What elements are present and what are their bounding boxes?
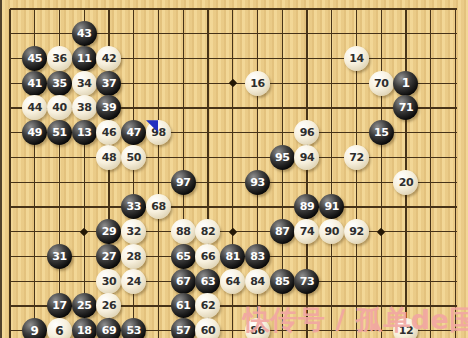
move-number: 63 — [201, 276, 215, 287]
stone-white-60: 60 — [195, 318, 220, 338]
move-number: 49 — [28, 127, 42, 138]
move-number: 20 — [399, 177, 413, 188]
stone-white-98: 98 — [146, 120, 171, 145]
move-number: 44 — [28, 102, 42, 113]
stone-white-42: 42 — [96, 46, 121, 71]
stone-white-90: 90 — [319, 219, 344, 244]
move-number: 6 — [55, 325, 63, 337]
stone-white-88: 88 — [171, 219, 196, 244]
move-number: 95 — [275, 152, 289, 163]
watermark-text: 快传号 / 孤单de国汉 — [243, 302, 468, 338]
move-number: 34 — [77, 78, 91, 89]
move-number: 13 — [77, 127, 91, 138]
stone-white-96: 96 — [294, 120, 319, 145]
move-number: 41 — [28, 78, 42, 89]
move-number: 51 — [52, 127, 66, 138]
stone-black-25: 25 — [72, 293, 97, 318]
stone-black-39: 39 — [96, 95, 121, 120]
stone-white-72: 72 — [344, 145, 369, 170]
move-number: 74 — [300, 226, 314, 237]
move-number: 50 — [127, 152, 141, 163]
move-number: 9 — [31, 325, 39, 337]
stone-black-67: 67 — [171, 269, 196, 294]
move-number: 38 — [77, 102, 91, 113]
move-number: 37 — [102, 78, 116, 89]
stone-black-51: 51 — [47, 120, 72, 145]
move-number: 60 — [201, 325, 215, 336]
stone-black-33: 33 — [121, 194, 146, 219]
move-number: 39 — [102, 102, 116, 113]
move-number: 68 — [151, 201, 165, 212]
stone-white-26: 26 — [96, 293, 121, 318]
stone-black-69: 69 — [96, 318, 121, 338]
move-number: 47 — [127, 127, 141, 138]
stone-white-40: 40 — [47, 95, 72, 120]
stone-black-11: 11 — [72, 46, 97, 71]
stone-white-84: 84 — [245, 269, 270, 294]
move-number: 17 — [52, 300, 66, 311]
stone-white-62: 62 — [195, 293, 220, 318]
stone-black-49: 49 — [22, 120, 47, 145]
move-number: 64 — [226, 276, 240, 287]
move-number: 96 — [300, 127, 314, 138]
move-number: 29 — [102, 226, 116, 237]
move-number: 85 — [275, 276, 289, 287]
move-number: 92 — [349, 226, 363, 237]
move-number: 43 — [77, 28, 91, 39]
move-number: 89 — [300, 201, 314, 212]
move-number: 36 — [52, 53, 66, 64]
stone-black-95: 95 — [270, 145, 295, 170]
stone-white-24: 24 — [121, 269, 146, 294]
stone-black-61: 61 — [171, 293, 196, 318]
move-number: 65 — [176, 251, 190, 262]
stone-black-45: 45 — [22, 46, 47, 71]
move-number: 62 — [201, 300, 215, 311]
move-number: 98 — [151, 127, 165, 138]
stone-black-83: 83 — [245, 244, 270, 269]
stone-white-50: 50 — [121, 145, 146, 170]
stone-white-34: 34 — [72, 71, 97, 96]
stone-white-66: 66 — [195, 244, 220, 269]
move-number: 18 — [77, 325, 91, 336]
stone-black-18: 18 — [72, 318, 97, 338]
move-number: 45 — [28, 53, 42, 64]
stone-white-32: 32 — [121, 219, 146, 244]
move-number: 66 — [201, 251, 215, 262]
stone-black-85: 85 — [270, 269, 295, 294]
move-number: 91 — [325, 201, 339, 212]
stone-black-15: 15 — [369, 120, 394, 145]
stone-white-6: 6 — [47, 318, 72, 338]
stone-black-13: 13 — [72, 120, 97, 145]
move-number: 27 — [102, 251, 116, 262]
stone-black-81: 81 — [220, 244, 245, 269]
stone-black-87: 87 — [270, 219, 295, 244]
stone-black-57: 57 — [171, 318, 196, 338]
move-number: 25 — [77, 300, 91, 311]
go-board: 4345361142144135343716701444038397149511… — [0, 0, 468, 338]
stone-white-38: 38 — [72, 95, 97, 120]
go-diagram-screenshot: 4345361142144135343716701444038397149511… — [0, 0, 468, 338]
move-number: 46 — [102, 127, 116, 138]
move-number: 84 — [250, 276, 264, 287]
move-number: 32 — [127, 226, 141, 237]
stone-black-29: 29 — [96, 219, 121, 244]
stone-black-97: 97 — [171, 170, 196, 195]
stone-black-91: 91 — [319, 194, 344, 219]
move-number: 72 — [349, 152, 363, 163]
move-number: 81 — [226, 251, 240, 262]
stone-black-65: 65 — [171, 244, 196, 269]
move-number: 87 — [275, 226, 289, 237]
move-number: 1 — [402, 77, 410, 89]
move-number: 57 — [176, 325, 190, 336]
move-number: 28 — [127, 251, 141, 262]
stone-black-89: 89 — [294, 194, 319, 219]
move-number: 90 — [325, 226, 339, 237]
move-number: 48 — [102, 152, 116, 163]
stone-black-47: 47 — [121, 120, 146, 145]
move-number: 26 — [102, 300, 116, 311]
move-number: 69 — [102, 325, 116, 336]
stone-white-28: 28 — [121, 244, 146, 269]
move-number: 94 — [300, 152, 314, 163]
stone-white-68: 68 — [146, 194, 171, 219]
stone-white-46: 46 — [96, 120, 121, 145]
stone-black-71: 71 — [393, 95, 418, 120]
stone-black-31: 31 — [47, 244, 72, 269]
move-number: 24 — [127, 276, 141, 287]
move-number: 67 — [176, 276, 190, 287]
move-number: 61 — [176, 300, 190, 311]
stone-white-92: 92 — [344, 219, 369, 244]
stone-white-30: 30 — [96, 269, 121, 294]
stone-black-9: 9 — [22, 318, 47, 338]
stone-black-63: 63 — [195, 269, 220, 294]
stone-white-94: 94 — [294, 145, 319, 170]
move-number: 35 — [52, 78, 66, 89]
move-number: 15 — [374, 127, 388, 138]
move-number: 42 — [102, 53, 116, 64]
stone-white-82: 82 — [195, 219, 220, 244]
stone-black-43: 43 — [72, 21, 97, 46]
stone-white-74: 74 — [294, 219, 319, 244]
move-number: 31 — [52, 251, 66, 262]
move-number: 11 — [77, 53, 91, 64]
stone-white-16: 16 — [245, 71, 270, 96]
move-number: 71 — [399, 102, 413, 113]
stone-black-73: 73 — [294, 269, 319, 294]
move-number: 88 — [176, 226, 190, 237]
move-number: 40 — [52, 102, 66, 113]
stone-black-17: 17 — [47, 293, 72, 318]
move-number: 14 — [349, 53, 363, 64]
move-number: 70 — [374, 78, 388, 89]
move-number: 83 — [250, 251, 264, 262]
stone-white-36: 36 — [47, 46, 72, 71]
stone-white-64: 64 — [220, 269, 245, 294]
stone-white-44: 44 — [22, 95, 47, 120]
move-number: 93 — [250, 177, 264, 188]
stone-black-41: 41 — [22, 71, 47, 96]
stone-white-20: 20 — [393, 170, 418, 195]
stone-white-48: 48 — [96, 145, 121, 170]
move-number: 97 — [176, 177, 190, 188]
stone-black-37: 37 — [96, 71, 121, 96]
move-number: 53 — [127, 325, 141, 336]
stone-white-14: 14 — [344, 46, 369, 71]
stone-white-70: 70 — [369, 71, 394, 96]
stone-black-53: 53 — [121, 318, 146, 338]
stone-black-35: 35 — [47, 71, 72, 96]
move-number: 82 — [201, 226, 215, 237]
move-number: 30 — [102, 276, 116, 287]
stone-black-27: 27 — [96, 244, 121, 269]
move-number: 33 — [127, 201, 141, 212]
move-number: 73 — [300, 276, 314, 287]
stone-black-1: 1 — [393, 71, 418, 96]
stone-black-93: 93 — [245, 170, 270, 195]
move-number: 16 — [250, 78, 264, 89]
